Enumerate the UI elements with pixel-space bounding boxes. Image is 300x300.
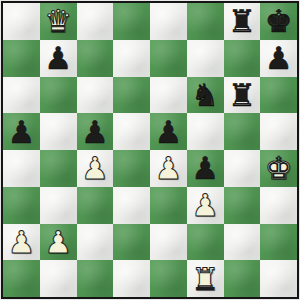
square-d7[interactable] [113,40,150,77]
black-king[interactable]: ♚ [265,3,293,39]
white-pawn[interactable]: ♟ [81,150,109,186]
square-a6[interactable] [3,77,40,114]
square-g6[interactable]: ♜ [224,77,261,114]
square-e2[interactable] [150,224,187,261]
square-f6[interactable]: ♞ [187,77,224,114]
white-rook[interactable]: ♜ [191,261,219,297]
square-c1[interactable] [77,260,114,297]
square-c8[interactable] [77,3,114,40]
square-b6[interactable] [40,77,77,114]
square-g8[interactable]: ♜ [224,3,261,40]
square-d3[interactable] [113,187,150,224]
white-queen[interactable]: ♛ [44,3,72,39]
square-e3[interactable] [150,187,187,224]
square-h4[interactable]: ♚ [260,150,297,187]
square-d5[interactable] [113,113,150,150]
square-e7[interactable] [150,40,187,77]
black-pawn[interactable]: ♟ [154,114,182,150]
square-a8[interactable] [3,3,40,40]
black-pawn[interactable]: ♟ [81,114,109,150]
square-b8[interactable]: ♛ [40,3,77,40]
white-king[interactable]: ♚ [265,150,293,186]
black-rook[interactable]: ♜ [228,3,256,39]
chess-board: ♛♜♚♟♟♞♜♟♟♟♟♟♟♚♟♟♟♜ [3,3,297,297]
square-h1[interactable] [260,260,297,297]
square-a7[interactable] [3,40,40,77]
square-c7[interactable] [77,40,114,77]
black-pawn[interactable]: ♟ [265,40,293,76]
square-b7[interactable]: ♟ [40,40,77,77]
black-pawn[interactable]: ♟ [44,40,72,76]
square-a4[interactable] [3,150,40,187]
square-b1[interactable] [40,260,77,297]
square-b3[interactable] [40,187,77,224]
square-c2[interactable] [77,224,114,261]
square-a5[interactable]: ♟ [3,113,40,150]
square-h3[interactable] [260,187,297,224]
square-c4[interactable]: ♟ [77,150,114,187]
black-pawn[interactable]: ♟ [7,114,35,150]
square-g2[interactable] [224,224,261,261]
square-a2[interactable]: ♟ [3,224,40,261]
square-h2[interactable] [260,224,297,261]
chess-board-frame: ♛♜♚♟♟♞♜♟♟♟♟♟♟♚♟♟♟♜ [0,0,300,300]
square-g1[interactable] [224,260,261,297]
square-f7[interactable] [187,40,224,77]
square-g7[interactable] [224,40,261,77]
square-f3[interactable]: ♟ [187,187,224,224]
square-e8[interactable] [150,3,187,40]
square-h7[interactable]: ♟ [260,40,297,77]
white-pawn[interactable]: ♟ [44,224,72,260]
square-g3[interactable] [224,187,261,224]
square-e6[interactable] [150,77,187,114]
white-pawn[interactable]: ♟ [7,224,35,260]
black-knight[interactable]: ♞ [191,77,219,113]
square-h5[interactable] [260,113,297,150]
square-d4[interactable] [113,150,150,187]
square-e5[interactable]: ♟ [150,113,187,150]
black-pawn[interactable]: ♟ [191,150,219,186]
square-c5[interactable]: ♟ [77,113,114,150]
square-a3[interactable] [3,187,40,224]
black-rook[interactable]: ♜ [228,77,256,113]
square-f2[interactable] [187,224,224,261]
square-g5[interactable] [224,113,261,150]
square-f4[interactable]: ♟ [187,150,224,187]
square-d8[interactable] [113,3,150,40]
square-g4[interactable] [224,150,261,187]
square-b4[interactable] [40,150,77,187]
square-h6[interactable] [260,77,297,114]
square-c6[interactable] [77,77,114,114]
square-f1[interactable]: ♜ [187,260,224,297]
square-c3[interactable] [77,187,114,224]
square-b5[interactable] [40,113,77,150]
square-d6[interactable] [113,77,150,114]
square-d1[interactable] [113,260,150,297]
square-h8[interactable]: ♚ [260,3,297,40]
square-e4[interactable]: ♟ [150,150,187,187]
square-a1[interactable] [3,260,40,297]
square-f5[interactable] [187,113,224,150]
square-f8[interactable] [187,3,224,40]
square-b2[interactable]: ♟ [40,224,77,261]
square-e1[interactable] [150,260,187,297]
white-pawn[interactable]: ♟ [154,150,182,186]
square-d2[interactable] [113,224,150,261]
white-pawn[interactable]: ♟ [191,187,219,223]
